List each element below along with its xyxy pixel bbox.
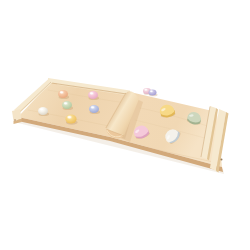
balance-board-scene xyxy=(0,0,250,250)
rail-peg-hole xyxy=(221,159,223,161)
rail-peg-hole xyxy=(14,119,16,121)
piece-ball-back-lav[interactable] xyxy=(149,90,158,97)
product-photo xyxy=(0,0,250,250)
